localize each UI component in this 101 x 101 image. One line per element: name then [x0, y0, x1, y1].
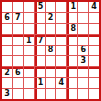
cell-r4c1[interactable] [2, 35, 12, 45]
cell-r2c3[interactable] [24, 13, 34, 23]
cell-r1c7[interactable]: 1 [67, 2, 77, 12]
cell-r1c1[interactable] [2, 2, 12, 12]
cell-r9c7[interactable] [67, 89, 77, 99]
cell-r2c1[interactable]: 6 [2, 13, 12, 23]
cell-r9c5[interactable] [46, 89, 56, 99]
cell-r1c5[interactable] [46, 2, 56, 12]
cell-digit: 1 [70, 3, 76, 11]
cell-digit: 1 [26, 37, 32, 45]
cell-r4c5[interactable] [46, 35, 56, 45]
cell-digit: 2 [48, 14, 54, 22]
cell-r3c6[interactable] [56, 24, 66, 34]
cell-r1c8[interactable] [78, 2, 88, 12]
cell-digit: 4 [59, 79, 65, 87]
cell-digit: 6 [15, 69, 21, 77]
cell-r2c6[interactable] [56, 13, 66, 23]
cell-r2c8[interactable] [78, 13, 88, 23]
cell-r4c2[interactable] [13, 35, 23, 45]
cell-r9c2[interactable] [13, 89, 23, 99]
cell-r5c1[interactable] [2, 46, 12, 56]
cell-r6c6[interactable] [56, 56, 66, 66]
cell-r2c7[interactable] [67, 13, 77, 23]
cell-r7c9[interactable] [89, 67, 99, 77]
cell-r5c6[interactable] [56, 46, 66, 56]
cell-r2c5[interactable]: 2 [46, 13, 56, 23]
cell-r8c7[interactable] [67, 78, 77, 88]
cell-digit: 8 [70, 25, 76, 33]
cell-r4c4[interactable]: 7 [35, 35, 45, 45]
cell-r8c5[interactable] [46, 78, 56, 88]
cell-r9c1[interactable]: 3 [2, 89, 12, 99]
cell-r1c4[interactable]: 5 [35, 2, 45, 12]
cell-r8c6[interactable]: 4 [56, 78, 66, 88]
cell-r6c5[interactable] [46, 56, 56, 66]
cell-digit: 8 [48, 46, 54, 54]
cell-digit: 7 [15, 14, 21, 22]
cell-r4c8[interactable] [78, 35, 88, 45]
cell-r5c5[interactable]: 8 [46, 46, 56, 56]
cell-r6c4[interactable] [35, 56, 45, 66]
cell-digit: 6 [80, 46, 86, 54]
cell-digit: 3 [4, 90, 10, 98]
cell-r4c7[interactable] [67, 35, 77, 45]
cell-r7c6[interactable] [56, 67, 66, 77]
cell-r9c8[interactable] [78, 89, 88, 99]
cell-r8c4[interactable]: 1 [35, 78, 45, 88]
cell-r8c1[interactable] [2, 78, 12, 88]
cell-r8c9[interactable] [89, 78, 99, 88]
cell-r5c3[interactable] [24, 46, 34, 56]
cell-r4c3[interactable]: 1 [24, 35, 34, 45]
cell-r3c7[interactable]: 8 [67, 24, 77, 34]
cell-r9c3[interactable] [24, 89, 34, 99]
cell-digit: 2 [4, 69, 10, 77]
cell-r9c9[interactable] [89, 89, 99, 99]
cell-r9c4[interactable] [35, 89, 45, 99]
cell-r3c8[interactable] [78, 24, 88, 34]
cell-digit: 3 [80, 57, 86, 65]
cell-r1c3[interactable] [24, 2, 34, 12]
cell-r7c2[interactable]: 6 [13, 67, 23, 77]
cell-r9c6[interactable] [56, 89, 66, 99]
cell-r2c9[interactable] [89, 13, 99, 23]
cell-r7c8[interactable] [78, 67, 88, 77]
cell-r4c9[interactable] [89, 35, 99, 45]
cell-r5c4[interactable] [35, 46, 45, 56]
cell-r6c9[interactable] [89, 56, 99, 66]
cell-r5c2[interactable] [13, 46, 23, 56]
cell-r3c2[interactable] [13, 24, 23, 34]
cell-r8c8[interactable] [78, 78, 88, 88]
cell-r2c4[interactable] [35, 13, 45, 23]
cell-r5c9[interactable] [89, 46, 99, 56]
cell-digit: 7 [38, 37, 44, 45]
cell-r6c8[interactable]: 3 [78, 56, 88, 66]
cell-digit: 1 [38, 79, 44, 87]
cell-digit: 6 [4, 14, 10, 22]
cell-r3c4[interactable] [35, 24, 45, 34]
cell-r3c9[interactable] [89, 24, 99, 34]
cell-r7c7[interactable] [67, 67, 77, 77]
cell-r6c3[interactable] [24, 56, 34, 66]
cell-r6c2[interactable] [13, 56, 23, 66]
cell-r7c3[interactable] [24, 67, 34, 77]
cell-r7c5[interactable] [46, 67, 56, 77]
cell-r7c1[interactable]: 2 [2, 67, 12, 77]
cell-r6c7[interactable] [67, 56, 77, 66]
cell-r2c2[interactable]: 7 [13, 13, 23, 23]
cell-r3c3[interactable] [24, 24, 34, 34]
cell-r5c7[interactable] [67, 46, 77, 56]
cell-r1c6[interactable] [56, 2, 66, 12]
cell-r6c1[interactable] [2, 56, 12, 66]
sudoku-board: 51467281786326143 [0, 0, 101, 101]
cell-digit: 4 [91, 3, 97, 11]
cell-r8c2[interactable] [13, 78, 23, 88]
cell-r3c1[interactable] [2, 24, 12, 34]
cell-r5c8[interactable]: 6 [78, 46, 88, 56]
cell-r4c6[interactable] [56, 35, 66, 45]
cell-r7c4[interactable] [35, 67, 45, 77]
cell-r1c2[interactable] [13, 2, 23, 12]
cell-digit: 5 [38, 3, 44, 11]
cell-r3c5[interactable] [46, 24, 56, 34]
cell-r1c9[interactable]: 4 [89, 2, 99, 12]
cell-r8c3[interactable] [24, 78, 34, 88]
